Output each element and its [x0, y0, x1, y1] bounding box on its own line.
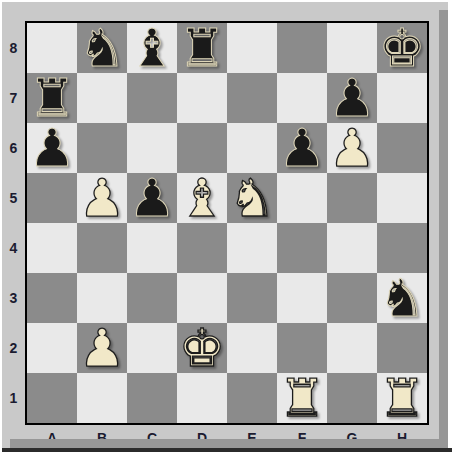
square-e1[interactable]: [227, 373, 277, 423]
piece-black-pawn[interactable]: ♟: [29, 123, 76, 173]
square-d4[interactable]: [177, 223, 227, 273]
square-b4[interactable]: [77, 223, 127, 273]
chess-board: ♞♝♜♚♜♟♟♟♟♟♟♝♞♞♟♚♜♜: [25, 21, 429, 425]
piece-white-pawn[interactable]: ♟: [79, 173, 126, 223]
square-g1[interactable]: [327, 373, 377, 423]
piece-black-pawn[interactable]: ♟: [329, 73, 376, 123]
frame-bevel-bottom: [10, 439, 448, 448]
rank-label-6: 6: [2, 123, 25, 173]
square-c6[interactable]: [127, 123, 177, 173]
frame-bevel-right: [439, 10, 448, 448]
piece-white-pawn[interactable]: ♟: [79, 323, 126, 373]
square-e7[interactable]: [227, 73, 277, 123]
square-a1[interactable]: [27, 373, 77, 423]
square-b5[interactable]: ♟: [77, 173, 127, 223]
rank-label-2: 2: [2, 323, 25, 373]
square-f7[interactable]: [277, 73, 327, 123]
square-f8[interactable]: [277, 23, 327, 73]
frame-shadow-bottom: [2, 448, 452, 452]
piece-black-rook[interactable]: ♜: [29, 73, 76, 123]
square-a8[interactable]: [27, 23, 77, 73]
square-b2[interactable]: ♟: [77, 323, 127, 373]
square-b1[interactable]: [77, 373, 127, 423]
square-h7[interactable]: [377, 73, 427, 123]
piece-black-knight[interactable]: ♞: [79, 23, 126, 73]
square-b6[interactable]: [77, 123, 127, 173]
piece-white-pawn[interactable]: ♟: [329, 123, 376, 173]
rank-label-5: 5: [2, 173, 25, 223]
rank-label-8: 8: [2, 23, 25, 73]
square-g8[interactable]: [327, 23, 377, 73]
square-c4[interactable]: [127, 223, 177, 273]
square-h8[interactable]: ♚: [377, 23, 427, 73]
square-e3[interactable]: [227, 273, 277, 323]
square-h2[interactable]: [377, 323, 427, 373]
rank-label-4: 4: [2, 223, 25, 273]
square-g4[interactable]: [327, 223, 377, 273]
square-h6[interactable]: [377, 123, 427, 173]
square-a6[interactable]: ♟: [27, 123, 77, 173]
square-g7[interactable]: ♟: [327, 73, 377, 123]
square-h3[interactable]: ♞: [377, 273, 427, 323]
piece-white-rook[interactable]: ♜: [279, 373, 326, 423]
square-a3[interactable]: [27, 273, 77, 323]
square-f6[interactable]: ♟: [277, 123, 327, 173]
square-d7[interactable]: [177, 73, 227, 123]
piece-black-rook[interactable]: ♜: [179, 23, 226, 73]
square-d8[interactable]: ♜: [177, 23, 227, 73]
square-g2[interactable]: [327, 323, 377, 373]
rank-label-1: 1: [2, 373, 25, 423]
square-c8[interactable]: ♝: [127, 23, 177, 73]
piece-white-bishop[interactable]: ♝: [179, 173, 226, 223]
square-d1[interactable]: [177, 373, 227, 423]
square-f4[interactable]: [277, 223, 327, 273]
square-f5[interactable]: [277, 173, 327, 223]
piece-black-pawn[interactable]: ♟: [279, 123, 326, 173]
square-a4[interactable]: [27, 223, 77, 273]
square-b3[interactable]: [77, 273, 127, 323]
square-a7[interactable]: ♜: [27, 73, 77, 123]
rank-label-3: 3: [2, 273, 25, 323]
square-h4[interactable]: [377, 223, 427, 273]
square-e5[interactable]: ♞: [227, 173, 277, 223]
rank-labels: 87654321: [2, 23, 25, 423]
square-h1[interactable]: ♜: [377, 373, 427, 423]
square-d6[interactable]: [177, 123, 227, 173]
piece-black-bishop[interactable]: ♝: [129, 23, 176, 73]
board-frame: 87654321 ABCDEFGH ♞♝♜♚♜♟♟♟♟♟♟♝♞♞♟♚♜♜: [2, 2, 448, 448]
square-e6[interactable]: [227, 123, 277, 173]
square-f3[interactable]: [277, 273, 327, 323]
square-a2[interactable]: [27, 323, 77, 373]
square-c5[interactable]: ♟: [127, 173, 177, 223]
square-g3[interactable]: [327, 273, 377, 323]
square-d2[interactable]: ♚: [177, 323, 227, 373]
piece-black-knight[interactable]: ♞: [379, 273, 426, 323]
square-d3[interactable]: [177, 273, 227, 323]
square-e4[interactable]: [227, 223, 277, 273]
square-g6[interactable]: ♟: [327, 123, 377, 173]
square-h5[interactable]: [377, 173, 427, 223]
square-c3[interactable]: [127, 273, 177, 323]
square-c7[interactable]: [127, 73, 177, 123]
square-a5[interactable]: [27, 173, 77, 223]
piece-black-pawn[interactable]: ♟: [129, 173, 176, 223]
square-b7[interactable]: [77, 73, 127, 123]
chess-diagram-window: 87654321 ABCDEFGH ♞♝♜♚♜♟♟♟♟♟♟♝♞♞♟♚♜♜: [0, 0, 452, 452]
square-d5[interactable]: ♝: [177, 173, 227, 223]
piece-black-king[interactable]: ♚: [379, 23, 426, 73]
rank-label-7: 7: [2, 73, 25, 123]
square-f1[interactable]: ♜: [277, 373, 327, 423]
piece-white-king[interactable]: ♚: [179, 323, 226, 373]
square-c1[interactable]: [127, 373, 177, 423]
piece-white-knight[interactable]: ♞: [229, 173, 276, 223]
square-e8[interactable]: [227, 23, 277, 73]
square-f2[interactable]: [277, 323, 327, 373]
square-c2[interactable]: [127, 323, 177, 373]
piece-white-rook[interactable]: ♜: [379, 373, 426, 423]
square-e2[interactable]: [227, 323, 277, 373]
square-b8[interactable]: ♞: [77, 23, 127, 73]
square-g5[interactable]: [327, 173, 377, 223]
